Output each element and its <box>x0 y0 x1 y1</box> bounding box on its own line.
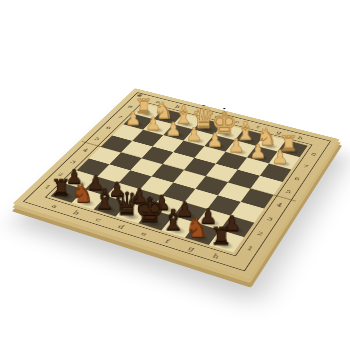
light-pawn-h7[interactable]: ♟ <box>260 148 300 167</box>
square-f4[interactable] <box>195 176 228 195</box>
scene: ♛ abcdefgh abcdefgh 87654321 87654321 ♜♞… <box>0 0 350 350</box>
square-h1[interactable]: ♜ <box>209 230 244 253</box>
square-h7[interactable]: ♟ <box>269 152 300 170</box>
dark-rook-h1[interactable]: ♜ <box>199 224 244 249</box>
dark-finial-icon <box>202 102 206 106</box>
dark-finial-icon <box>223 104 225 109</box>
product-photo: ♛ abcdefgh abcdefgh 87654321 87654321 ♜♞… <box>0 0 350 350</box>
chessboard: ♛ abcdefgh abcdefgh 87654321 87654321 ♜♞… <box>12 88 339 278</box>
square-a4[interactable] <box>89 147 121 165</box>
